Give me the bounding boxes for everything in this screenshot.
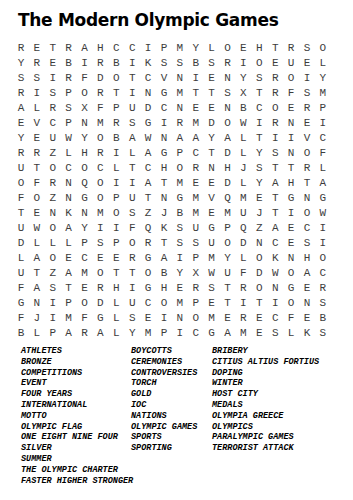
grid-cell: S (299, 40, 315, 55)
grid-cell: G (140, 115, 156, 130)
grid-cell: M (188, 205, 204, 220)
grid-cell: O (283, 70, 299, 85)
grid-cell: T (124, 160, 140, 175)
grid-cell: I (315, 235, 331, 250)
word-list-item: TORCH (131, 378, 197, 389)
grid-cell: G (283, 190, 299, 205)
word-search-grid: RETRAHCCIPMYLOEHTRSOYREBIRBIKSSBSRIOEUEL… (13, 40, 331, 340)
grid-cell: T (267, 40, 283, 55)
grid-cell: E (172, 280, 188, 295)
grid-cell: S (45, 280, 61, 295)
grid-cell: F (235, 265, 251, 280)
grid-cell: A (267, 175, 283, 190)
grid-cell: J (29, 310, 45, 325)
grid-cell: C (251, 100, 267, 115)
grid-cell: L (61, 145, 77, 160)
grid-cell: S (156, 55, 172, 70)
grid-cell: M (172, 295, 188, 310)
grid-cell: C (124, 40, 140, 55)
grid-cell: O (29, 190, 45, 205)
grid-cell: K (267, 250, 283, 265)
word-list-item: DOPING (212, 368, 319, 379)
grid-cell: Q (235, 220, 251, 235)
word-list-item: TERRORIST ATTACK (212, 443, 319, 454)
grid-cell: P (108, 190, 124, 205)
grid-cell: O (251, 280, 267, 295)
grid-cell: H (156, 160, 172, 175)
grid-cell: O (77, 295, 93, 310)
grid-cell: P (61, 85, 77, 100)
grid-cell: S (124, 205, 140, 220)
grid-cell: C (267, 235, 283, 250)
grid-cell: M (204, 250, 220, 265)
grid-cell: I (108, 175, 124, 190)
grid-cell: T (204, 85, 220, 100)
grid-cell: J (235, 160, 251, 175)
grid-cell: E (61, 250, 77, 265)
grid-cell: A (61, 220, 77, 235)
word-list-item: SPORTS (131, 432, 197, 443)
grid-cell: H (283, 175, 299, 190)
grid-cell: R (13, 85, 29, 100)
grid-cell: P (108, 100, 124, 115)
grid-cell: A (29, 250, 45, 265)
grid-cell: R (13, 40, 29, 55)
grid-cell: I (267, 295, 283, 310)
grid-cell: O (92, 265, 108, 280)
grid-cell: F (92, 100, 108, 115)
grid-cell: I (251, 115, 267, 130)
grid-cell: O (13, 175, 29, 190)
grid-cell: F (29, 175, 45, 190)
grid-cell: O (156, 295, 172, 310)
grid-cell: D (251, 265, 267, 280)
grid-cell: L (108, 295, 124, 310)
grid-cell: T (29, 160, 45, 175)
grid-cell: E (283, 100, 299, 115)
grid-cell: E (251, 310, 267, 325)
grid-cell: O (283, 295, 299, 310)
grid-cell: Y (13, 55, 29, 70)
grid-cell: U (235, 205, 251, 220)
grid-cell: M (235, 190, 251, 205)
word-list-item: SPORTING (131, 443, 197, 454)
grid-cell: N (251, 235, 267, 250)
grid-cell: R (299, 100, 315, 115)
grid-cell: G (315, 190, 331, 205)
grid-cell: O (220, 115, 236, 130)
grid-cell: S (45, 85, 61, 100)
grid-cell: G (140, 280, 156, 295)
grid-cell: R (315, 280, 331, 295)
grid-cell: C (299, 220, 315, 235)
grid-cell: M (220, 205, 236, 220)
grid-cell: C (315, 265, 331, 280)
grid-cell: E (77, 280, 93, 295)
grid-cell: E (13, 115, 29, 130)
grid-cell: C (267, 310, 283, 325)
grid-cell: R (267, 85, 283, 100)
grid-cell: C (45, 115, 61, 130)
grid-cell: A (315, 175, 331, 190)
grid-cell: M (61, 310, 77, 325)
grid-cell: G (156, 85, 172, 100)
grid-cell: N (172, 100, 188, 115)
word-list-item: INTERNATIONAL (21, 400, 133, 411)
grid-cell: P (45, 325, 61, 340)
grid-cell: E (299, 55, 315, 70)
grid-cell: G (172, 190, 188, 205)
grid-cell: I (124, 175, 140, 190)
word-list-item: OLYMPICS (212, 422, 319, 433)
grid-cell: I (45, 70, 61, 85)
grid-cell: C (77, 250, 93, 265)
grid-cell: E (29, 205, 45, 220)
grid-cell: T (251, 295, 267, 310)
grid-cell: Y (188, 40, 204, 55)
grid-cell: E (204, 175, 220, 190)
grid-cell: N (267, 280, 283, 295)
grid-cell: A (124, 130, 140, 145)
grid-cell: S (299, 235, 315, 250)
word-list-item: PARALYMPIC GAMES (212, 432, 319, 443)
grid-cell: D (204, 115, 220, 130)
grid-cell: R (140, 235, 156, 250)
worksheet-page: The Modern Olympic Games RETRAHCCIPMYLOE… (0, 0, 353, 500)
grid-cell: P (61, 115, 77, 130)
grid-cell: O (172, 160, 188, 175)
grid-cell: X (235, 85, 251, 100)
grid-cell: I (283, 205, 299, 220)
grid-cell: E (251, 325, 267, 340)
grid-cell: L (204, 40, 220, 55)
grid-cell: C (156, 100, 172, 115)
grid-cell: E (204, 205, 220, 220)
grid-cell: A (61, 265, 77, 280)
grid-cell: F (315, 145, 331, 160)
word-list-item: THE OLYMPIC CHARTER (21, 465, 133, 476)
grid-cell: S (251, 70, 267, 85)
grid-cell: O (92, 175, 108, 190)
grid-cell: R (124, 250, 140, 265)
grid-cell: I (283, 130, 299, 145)
grid-cell: C (140, 160, 156, 175)
grid-cell: A (267, 220, 283, 235)
grid-cell: T (140, 190, 156, 205)
grid-cell: S (13, 70, 29, 85)
grid-cell: B (13, 325, 29, 340)
grid-cell: C (140, 295, 156, 310)
grid-cell: K (140, 55, 156, 70)
grid-cell: N (45, 205, 61, 220)
word-list-item: MOTTO (21, 411, 133, 422)
grid-cell: O (108, 205, 124, 220)
grid-cell: V (156, 70, 172, 85)
grid-cell: W (61, 130, 77, 145)
grid-cell: T (299, 175, 315, 190)
grid-cell: I (235, 55, 251, 70)
grid-cell: I (156, 115, 172, 130)
grid-cell: I (124, 55, 140, 70)
grid-cell: L (61, 235, 77, 250)
grid-cell: R (29, 55, 45, 70)
grid-cell: T (156, 175, 172, 190)
grid-cell: U (13, 265, 29, 280)
grid-cell: A (140, 145, 156, 160)
grid-cell: U (283, 55, 299, 70)
grid-cell: E (188, 175, 204, 190)
grid-cell: L (29, 100, 45, 115)
grid-cell: M (172, 40, 188, 55)
word-list-item: EVENT (21, 378, 133, 389)
grid-cell: V (29, 115, 45, 130)
grid-cell: U (45, 130, 61, 145)
grid-cell: Z (45, 265, 61, 280)
grid-cell: S (204, 280, 220, 295)
grid-cell: B (108, 55, 124, 70)
grid-cell: A (172, 130, 188, 145)
grid-cell: I (235, 295, 251, 310)
grid-cell: A (188, 130, 204, 145)
grid-cell: G (13, 295, 29, 310)
grid-cell: U (204, 235, 220, 250)
grid-cell: S (29, 70, 45, 85)
grid-cell: O (45, 250, 61, 265)
grid-cell: U (220, 265, 236, 280)
word-list-item: FOUR YEARS (21, 389, 133, 400)
word-list-item: SILVER (21, 443, 133, 454)
grid-cell: L (283, 325, 299, 340)
grid-cell: S (315, 325, 331, 340)
grid-cell: O (315, 250, 331, 265)
grid-cell: P (108, 235, 124, 250)
grid-cell: M (140, 325, 156, 340)
grid-cell: O (267, 100, 283, 115)
grid-cell: E (235, 40, 251, 55)
grid-cell: T (204, 145, 220, 160)
grid-cell: E (204, 70, 220, 85)
grid-cell: F (283, 85, 299, 100)
grid-cell: U (124, 100, 140, 115)
grid-cell: R (61, 40, 77, 55)
grid-cell: A (92, 325, 108, 340)
word-list-item: WINTER (212, 378, 319, 389)
grid-cell: T (220, 280, 236, 295)
grid-cell: D (235, 235, 251, 250)
grid-cell: M (188, 190, 204, 205)
grid-cell: R (92, 145, 108, 160)
word-list-item: CITIUS ALTIUS FORTIUS (212, 357, 319, 368)
grid-cell: O (92, 190, 108, 205)
grid-cell: E (29, 40, 45, 55)
grid-cell: N (283, 115, 299, 130)
grid-cell: O (92, 130, 108, 145)
grid-cell: R (45, 100, 61, 115)
grid-cell: U (124, 295, 140, 310)
grid-cell: G (283, 280, 299, 295)
grid-cell: C (140, 70, 156, 85)
grid-cell: W (235, 115, 251, 130)
grid-cell: E (283, 235, 299, 250)
grid-cell: I (124, 85, 140, 100)
grid-cell: R (267, 70, 283, 85)
grid-cell: R (92, 280, 108, 295)
grid-cell: H (251, 40, 267, 55)
grid-cell: P (220, 220, 236, 235)
grid-cell: Y (77, 130, 93, 145)
grid-cell: R (13, 145, 29, 160)
grid-cell: B (188, 55, 204, 70)
grid-cell: T (156, 235, 172, 250)
grid-cell: Y (315, 70, 331, 85)
grid-cell: O (45, 160, 61, 175)
grid-cell: Y (235, 70, 251, 85)
grid-cell: M (77, 265, 93, 280)
grid-cell: B (61, 55, 77, 70)
grid-cell: O (45, 220, 61, 235)
grid-cell: I (172, 325, 188, 340)
grid-cell: A (156, 250, 172, 265)
grid-cell: D (220, 145, 236, 160)
grid-cell: K (299, 325, 315, 340)
grid-cell: E (45, 55, 61, 70)
grid-cell: I (45, 295, 61, 310)
grid-cell: R (77, 325, 93, 340)
grid-cell: T (220, 295, 236, 310)
grid-cell: M (92, 205, 108, 220)
grid-cell: S (315, 295, 331, 310)
grid-cell: M (188, 115, 204, 130)
grid-cell: P (156, 40, 172, 55)
grid-cell: F (77, 70, 93, 85)
grid-cell: R (235, 310, 251, 325)
grid-cell: O (140, 265, 156, 280)
grid-cell: L (315, 160, 331, 175)
word-list-item: COMPETITIONS (21, 368, 133, 379)
word-list-item: IOC (131, 400, 197, 411)
grid-cell: E (283, 220, 299, 235)
grid-cell: T (251, 130, 267, 145)
grid-cell: T (267, 190, 283, 205)
grid-cell: S (204, 55, 220, 70)
grid-cell: E (299, 115, 315, 130)
grid-cell: P (188, 250, 204, 265)
word-list-item: BRONZE (21, 357, 133, 368)
grid-cell: L (108, 325, 124, 340)
grid-cell: W (315, 205, 331, 220)
grid-cell: I (315, 220, 331, 235)
grid-cell: O (299, 145, 315, 160)
word-list-column: ATHLETESBRONZECOMPETITIONSEVENTFOUR YEAR… (21, 346, 133, 486)
grid-cell: R (108, 115, 124, 130)
grid-cell: O (77, 160, 93, 175)
grid-cell: L (29, 325, 45, 340)
grid-cell: B (315, 310, 331, 325)
grid-cell: Q (77, 175, 93, 190)
grid-cell: O (315, 40, 331, 55)
grid-cell: T (61, 280, 77, 295)
grid-cell: B (108, 130, 124, 145)
grid-cell: O (283, 265, 299, 280)
grid-cell: T (29, 265, 45, 280)
grid-cell: O (220, 235, 236, 250)
grid-cell: H (299, 250, 315, 265)
word-list-item: OLYMPIA GREECE (212, 411, 319, 422)
grid-cell: N (172, 310, 188, 325)
grid-cell: S (251, 160, 267, 175)
grid-cell: B (156, 265, 172, 280)
grid-cell: E (220, 310, 236, 325)
grid-cell: R (235, 280, 251, 295)
grid-cell: Z (251, 220, 267, 235)
grid-cell: N (77, 115, 93, 130)
grid-cell: C (108, 40, 124, 55)
grid-cell: I (77, 55, 93, 70)
grid-cell: N (61, 175, 77, 190)
grid-cell: F (124, 220, 140, 235)
grid-cell: H (156, 280, 172, 295)
grid-cell: C (61, 160, 77, 175)
grid-cell: C (315, 130, 331, 145)
grid-cell: U (13, 160, 29, 175)
grid-cell: O (108, 70, 124, 85)
grid-cell: I (29, 85, 45, 100)
grid-cell: T (13, 205, 29, 220)
grid-cell: O (220, 40, 236, 55)
grid-cell: A (61, 325, 77, 340)
grid-cell: C (92, 160, 108, 175)
grid-cell: T (188, 85, 204, 100)
grid-cell: G (77, 190, 93, 205)
grid-cell: W (267, 265, 283, 280)
grid-cell: R (92, 85, 108, 100)
grid-cell: H (77, 145, 93, 160)
grid-cell: U (188, 220, 204, 235)
word-list-item: MEDALS (212, 400, 319, 411)
puzzle-title: The Modern Olympic Games (18, 10, 279, 30)
grid-cell: G (204, 220, 220, 235)
grid-cell: M (92, 115, 108, 130)
grid-cell: M (172, 85, 188, 100)
grid-cell: H (92, 40, 108, 55)
grid-cell: R (188, 160, 204, 175)
grid-cell: I (92, 220, 108, 235)
grid-cell: M (315, 85, 331, 100)
grid-cell: S (299, 85, 315, 100)
grid-cell: T (108, 85, 124, 100)
grid-cell: I (140, 40, 156, 55)
grid-cell: O (188, 310, 204, 325)
grid-cell: E (299, 310, 315, 325)
grid-cell: Y (124, 325, 140, 340)
grid-cell: A (77, 40, 93, 55)
grid-cell: A (220, 130, 236, 145)
grid-cell: E (204, 295, 220, 310)
grid-cell: M (235, 325, 251, 340)
grid-cell: V (204, 190, 220, 205)
grid-cell: Y (251, 145, 267, 160)
grid-cell: Q (220, 190, 236, 205)
grid-cell: A (140, 175, 156, 190)
grid-cell: R (61, 70, 77, 85)
grid-cell: N (61, 190, 77, 205)
grid-cell: N (283, 250, 299, 265)
grid-cell: Y (77, 220, 93, 235)
grid-cell: I (124, 280, 140, 295)
grid-cell: D (140, 100, 156, 115)
word-list-item: GOLD (131, 389, 197, 400)
grid-cell: Q (140, 220, 156, 235)
